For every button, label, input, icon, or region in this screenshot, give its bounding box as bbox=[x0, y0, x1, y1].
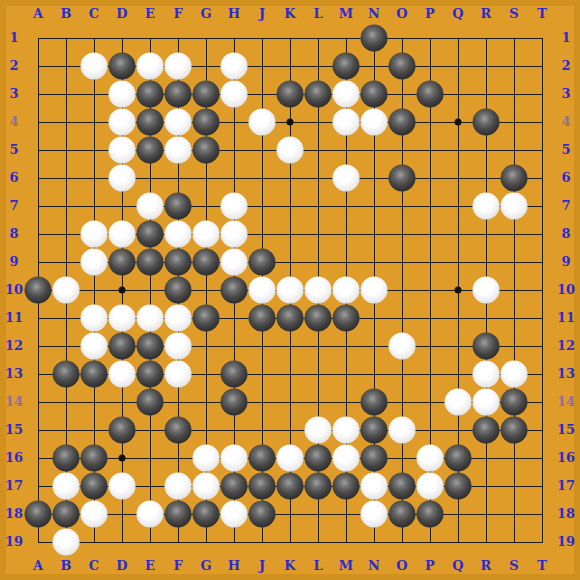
white-stone[interactable] bbox=[109, 165, 136, 192]
row-label-left: 7 bbox=[9, 199, 18, 213]
grid-line-vertical bbox=[514, 38, 515, 543]
row-label-left: 18 bbox=[5, 507, 23, 521]
black-stone[interactable] bbox=[501, 389, 528, 416]
star-point bbox=[455, 287, 462, 294]
black-stone[interactable] bbox=[193, 501, 220, 528]
column-label-bottom: H bbox=[228, 559, 240, 573]
black-stone[interactable] bbox=[109, 53, 136, 80]
black-stone[interactable] bbox=[361, 389, 388, 416]
white-stone[interactable] bbox=[473, 277, 500, 304]
white-stone[interactable] bbox=[81, 249, 108, 276]
white-stone[interactable] bbox=[137, 53, 164, 80]
white-stone[interactable] bbox=[81, 333, 108, 360]
white-stone[interactable] bbox=[109, 305, 136, 332]
column-label-top: O bbox=[396, 7, 407, 21]
column-label-bottom: Q bbox=[452, 559, 463, 573]
black-stone[interactable] bbox=[501, 165, 528, 192]
go-board[interactable]: AABBCCDDEEFFGGHHJJKKLLMMNNOOPPQQRRSSTT11… bbox=[0, 0, 580, 580]
black-stone[interactable] bbox=[137, 333, 164, 360]
column-label-top: Q bbox=[452, 7, 463, 21]
black-stone[interactable] bbox=[249, 501, 276, 528]
row-label-right: 11 bbox=[557, 311, 575, 325]
column-label-bottom: R bbox=[481, 559, 492, 573]
black-stone[interactable] bbox=[389, 501, 416, 528]
row-label-left: 19 bbox=[5, 535, 23, 549]
black-stone[interactable] bbox=[53, 445, 80, 472]
white-stone[interactable] bbox=[221, 445, 248, 472]
black-stone[interactable] bbox=[109, 417, 136, 444]
black-stone[interactable] bbox=[221, 473, 248, 500]
column-label-bottom: T bbox=[537, 559, 547, 573]
white-stone[interactable] bbox=[109, 221, 136, 248]
black-stone[interactable] bbox=[221, 277, 248, 304]
row-label-left: 6 bbox=[9, 171, 18, 185]
black-stone[interactable] bbox=[445, 473, 472, 500]
row-label-right: 3 bbox=[561, 87, 570, 101]
white-stone[interactable] bbox=[333, 277, 360, 304]
white-stone[interactable] bbox=[305, 277, 332, 304]
column-label-bottom: P bbox=[425, 559, 435, 573]
black-stone[interactable] bbox=[193, 109, 220, 136]
black-stone[interactable] bbox=[473, 417, 500, 444]
black-stone[interactable] bbox=[109, 333, 136, 360]
black-stone[interactable] bbox=[333, 473, 360, 500]
white-stone[interactable] bbox=[361, 473, 388, 500]
column-label-bottom: E bbox=[145, 559, 155, 573]
white-stone[interactable] bbox=[361, 501, 388, 528]
white-stone[interactable] bbox=[333, 109, 360, 136]
white-stone[interactable] bbox=[445, 389, 472, 416]
black-stone[interactable] bbox=[333, 53, 360, 80]
column-label-bottom: O bbox=[396, 559, 407, 573]
column-label-bottom: N bbox=[368, 559, 380, 573]
white-stone[interactable] bbox=[501, 193, 528, 220]
black-stone[interactable] bbox=[165, 417, 192, 444]
row-label-right: 10 bbox=[557, 283, 575, 297]
white-stone[interactable] bbox=[473, 361, 500, 388]
row-label-right: 2 bbox=[561, 59, 570, 73]
star-point bbox=[455, 119, 462, 126]
white-stone[interactable] bbox=[165, 361, 192, 388]
column-label-bottom: M bbox=[339, 559, 353, 573]
column-label-top: C bbox=[89, 7, 99, 21]
black-stone[interactable] bbox=[361, 25, 388, 52]
row-label-right: 17 bbox=[557, 479, 575, 493]
black-stone[interactable] bbox=[109, 249, 136, 276]
row-label-right: 15 bbox=[557, 423, 575, 437]
column-label-top: E bbox=[145, 7, 155, 21]
grid-line-vertical bbox=[542, 38, 543, 543]
column-label-top: H bbox=[228, 7, 240, 21]
column-label-top: A bbox=[33, 7, 43, 21]
column-label-bottom: G bbox=[200, 559, 211, 573]
black-stone[interactable] bbox=[137, 221, 164, 248]
black-stone[interactable] bbox=[137, 249, 164, 276]
white-stone[interactable] bbox=[305, 417, 332, 444]
white-stone[interactable] bbox=[165, 305, 192, 332]
white-stone[interactable] bbox=[333, 81, 360, 108]
column-label-top: B bbox=[61, 7, 72, 21]
white-stone[interactable] bbox=[389, 333, 416, 360]
white-stone[interactable] bbox=[221, 501, 248, 528]
column-label-top: P bbox=[425, 7, 435, 21]
black-stone[interactable] bbox=[193, 305, 220, 332]
white-stone[interactable] bbox=[53, 473, 80, 500]
row-label-right: 9 bbox=[561, 255, 570, 269]
column-label-top: T bbox=[537, 7, 547, 21]
column-label-top: F bbox=[173, 7, 182, 21]
star-point bbox=[119, 455, 126, 462]
column-label-top: R bbox=[481, 7, 492, 21]
black-stone[interactable] bbox=[165, 81, 192, 108]
black-stone[interactable] bbox=[81, 361, 108, 388]
white-stone[interactable] bbox=[417, 445, 444, 472]
row-label-right: 5 bbox=[561, 143, 570, 157]
row-label-left: 10 bbox=[5, 283, 23, 297]
white-stone[interactable] bbox=[109, 81, 136, 108]
column-label-top: L bbox=[313, 7, 322, 21]
white-stone[interactable] bbox=[221, 193, 248, 220]
row-label-right: 12 bbox=[557, 339, 575, 353]
row-label-left: 14 bbox=[5, 395, 23, 409]
column-label-bottom: J bbox=[259, 559, 265, 573]
white-stone[interactable] bbox=[361, 109, 388, 136]
white-stone[interactable] bbox=[221, 81, 248, 108]
white-stone[interactable] bbox=[81, 53, 108, 80]
black-stone[interactable] bbox=[473, 109, 500, 136]
black-stone[interactable] bbox=[25, 277, 52, 304]
column-label-bottom: F bbox=[173, 559, 182, 573]
black-stone[interactable] bbox=[165, 501, 192, 528]
white-stone[interactable] bbox=[165, 221, 192, 248]
black-stone[interactable] bbox=[305, 445, 332, 472]
column-label-bottom: D bbox=[116, 559, 127, 573]
white-stone[interactable] bbox=[277, 277, 304, 304]
black-stone[interactable] bbox=[137, 361, 164, 388]
white-stone[interactable] bbox=[81, 305, 108, 332]
black-stone[interactable] bbox=[501, 417, 528, 444]
white-stone[interactable] bbox=[361, 277, 388, 304]
black-stone[interactable] bbox=[53, 361, 80, 388]
black-stone[interactable] bbox=[137, 109, 164, 136]
white-stone[interactable] bbox=[109, 137, 136, 164]
row-label-left: 12 bbox=[5, 339, 23, 353]
black-stone[interactable] bbox=[221, 361, 248, 388]
column-label-top: S bbox=[509, 7, 518, 21]
row-label-right: 6 bbox=[561, 171, 570, 185]
white-stone[interactable] bbox=[333, 445, 360, 472]
black-stone[interactable] bbox=[361, 445, 388, 472]
row-label-left: 16 bbox=[5, 451, 23, 465]
white-stone[interactable] bbox=[109, 109, 136, 136]
white-stone[interactable] bbox=[277, 445, 304, 472]
white-stone[interactable] bbox=[417, 473, 444, 500]
white-stone[interactable] bbox=[109, 473, 136, 500]
black-stone[interactable] bbox=[389, 165, 416, 192]
white-stone[interactable] bbox=[249, 277, 276, 304]
black-stone[interactable] bbox=[137, 137, 164, 164]
row-label-left: 4 bbox=[9, 115, 18, 129]
row-label-left: 9 bbox=[9, 255, 18, 269]
white-stone[interactable] bbox=[165, 473, 192, 500]
grid-line-horizontal bbox=[38, 514, 543, 515]
black-stone[interactable] bbox=[361, 81, 388, 108]
black-stone[interactable] bbox=[389, 53, 416, 80]
column-label-bottom: S bbox=[509, 559, 518, 573]
white-stone[interactable] bbox=[277, 137, 304, 164]
black-stone[interactable] bbox=[249, 249, 276, 276]
black-stone[interactable] bbox=[165, 277, 192, 304]
white-stone[interactable] bbox=[165, 53, 192, 80]
row-label-left: 17 bbox=[5, 479, 23, 493]
column-label-top: M bbox=[339, 7, 353, 21]
row-label-left: 5 bbox=[9, 143, 18, 157]
white-stone[interactable] bbox=[501, 361, 528, 388]
black-stone[interactable] bbox=[445, 445, 472, 472]
black-stone[interactable] bbox=[361, 417, 388, 444]
row-label-left: 15 bbox=[5, 423, 23, 437]
black-stone[interactable] bbox=[473, 333, 500, 360]
black-stone[interactable] bbox=[193, 137, 220, 164]
column-label-bottom: C bbox=[89, 559, 99, 573]
column-label-bottom: K bbox=[284, 559, 295, 573]
star-point bbox=[287, 119, 294, 126]
black-stone[interactable] bbox=[417, 81, 444, 108]
black-stone[interactable] bbox=[305, 81, 332, 108]
black-stone[interactable] bbox=[277, 305, 304, 332]
black-stone[interactable] bbox=[137, 389, 164, 416]
white-stone[interactable] bbox=[249, 109, 276, 136]
white-stone[interactable] bbox=[53, 277, 80, 304]
white-stone[interactable] bbox=[53, 529, 80, 556]
white-stone[interactable] bbox=[165, 333, 192, 360]
black-stone[interactable] bbox=[165, 193, 192, 220]
black-stone[interactable] bbox=[417, 501, 444, 528]
black-stone[interactable] bbox=[389, 473, 416, 500]
black-stone[interactable] bbox=[193, 81, 220, 108]
row-label-right: 7 bbox=[561, 199, 570, 213]
column-label-bottom: B bbox=[61, 559, 72, 573]
black-stone[interactable] bbox=[277, 473, 304, 500]
white-stone[interactable] bbox=[165, 137, 192, 164]
row-label-left: 11 bbox=[5, 311, 23, 325]
black-stone[interactable] bbox=[165, 249, 192, 276]
row-label-left: 2 bbox=[9, 59, 18, 73]
grid-line-horizontal bbox=[38, 542, 543, 543]
black-stone[interactable] bbox=[137, 81, 164, 108]
white-stone[interactable] bbox=[473, 193, 500, 220]
star-point bbox=[119, 287, 126, 294]
black-stone[interactable] bbox=[81, 445, 108, 472]
white-stone[interactable] bbox=[221, 221, 248, 248]
black-stone[interactable] bbox=[81, 473, 108, 500]
column-label-bottom: L bbox=[313, 559, 322, 573]
white-stone[interactable] bbox=[165, 109, 192, 136]
row-label-left: 13 bbox=[5, 367, 23, 381]
white-stone[interactable] bbox=[221, 249, 248, 276]
black-stone[interactable] bbox=[249, 473, 276, 500]
black-stone[interactable] bbox=[305, 305, 332, 332]
white-stone[interactable] bbox=[81, 501, 108, 528]
white-stone[interactable] bbox=[333, 165, 360, 192]
black-stone[interactable] bbox=[25, 501, 52, 528]
white-stone[interactable] bbox=[193, 221, 220, 248]
column-label-top: D bbox=[116, 7, 127, 21]
white-stone[interactable] bbox=[137, 501, 164, 528]
white-stone[interactable] bbox=[389, 417, 416, 444]
white-stone[interactable] bbox=[137, 305, 164, 332]
white-stone[interactable] bbox=[221, 53, 248, 80]
row-label-right: 19 bbox=[557, 535, 575, 549]
row-label-right: 16 bbox=[557, 451, 575, 465]
row-label-right: 14 bbox=[557, 395, 575, 409]
white-stone[interactable] bbox=[193, 445, 220, 472]
row-label-right: 4 bbox=[561, 115, 570, 129]
black-stone[interactable] bbox=[53, 501, 80, 528]
white-stone[interactable] bbox=[137, 193, 164, 220]
row-label-left: 1 bbox=[9, 31, 18, 45]
column-label-top: N bbox=[368, 7, 380, 21]
white-stone[interactable] bbox=[473, 389, 500, 416]
column-label-top: K bbox=[284, 7, 295, 21]
black-stone[interactable] bbox=[249, 445, 276, 472]
column-label-top: J bbox=[259, 7, 265, 21]
column-label-bottom: A bbox=[33, 559, 43, 573]
column-label-top: G bbox=[200, 7, 211, 21]
row-label-left: 3 bbox=[9, 87, 18, 101]
black-stone[interactable] bbox=[389, 109, 416, 136]
black-stone[interactable] bbox=[193, 249, 220, 276]
row-label-right: 18 bbox=[557, 507, 575, 521]
black-stone[interactable] bbox=[221, 389, 248, 416]
row-label-right: 13 bbox=[557, 367, 575, 381]
black-stone[interactable] bbox=[333, 305, 360, 332]
black-stone[interactable] bbox=[249, 305, 276, 332]
black-stone[interactable] bbox=[277, 81, 304, 108]
white-stone[interactable] bbox=[193, 473, 220, 500]
row-label-left: 8 bbox=[9, 227, 18, 241]
white-stone[interactable] bbox=[333, 417, 360, 444]
white-stone[interactable] bbox=[81, 221, 108, 248]
row-label-right: 1 bbox=[561, 31, 570, 45]
white-stone[interactable] bbox=[109, 361, 136, 388]
black-stone[interactable] bbox=[305, 473, 332, 500]
row-label-right: 8 bbox=[561, 227, 570, 241]
